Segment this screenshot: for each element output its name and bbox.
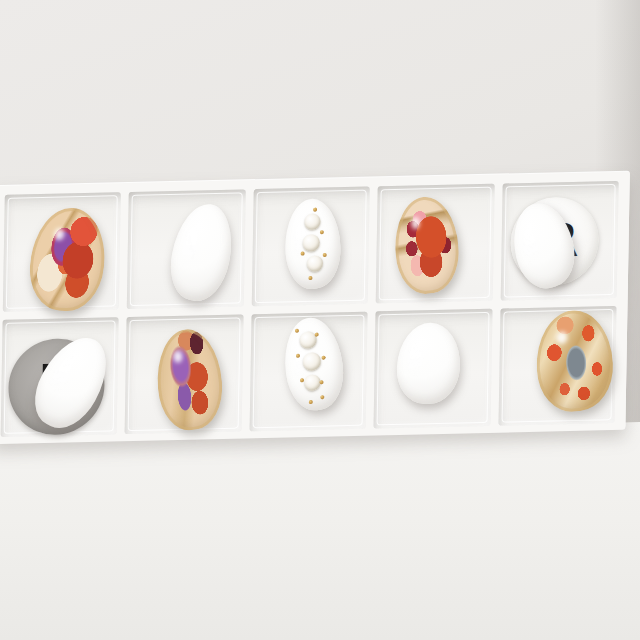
gold-bead	[321, 230, 325, 234]
nail-tip-marble-r2c5	[534, 307, 615, 415]
photo-stage: R	[0, 0, 640, 640]
gold-bead	[322, 253, 326, 257]
pearl-dot	[304, 214, 321, 231]
tray-cell-r2c5	[498, 306, 616, 426]
gold-bead	[299, 379, 303, 384]
gold-bead	[321, 356, 325, 361]
tray-cell-r2c3	[249, 312, 367, 432]
tray-cell-r1c1	[3, 192, 121, 312]
pearl-dot	[307, 255, 324, 272]
pearl-dot	[303, 374, 321, 392]
gold-bead	[314, 207, 318, 211]
gold-bead	[295, 354, 299, 359]
tray-grid: R	[1, 181, 619, 437]
gold-bead	[308, 400, 312, 405]
nail-tip-pearl-r1c3	[284, 197, 342, 291]
tray-cell-r1c3	[252, 187, 370, 307]
gold-bead	[308, 276, 312, 280]
nail-tip-white-r2c4	[395, 322, 462, 404]
gold-bead	[320, 395, 324, 400]
nail-tip-white-r1c2	[164, 200, 239, 305]
tray-cell-r1c5: R	[500, 181, 618, 301]
tray-cell-r1c2	[127, 189, 245, 309]
tray-cell-r2c4	[374, 309, 492, 429]
gold-bead	[294, 329, 298, 334]
tray-cell-r2c2	[125, 314, 243, 434]
nail-tip-marble-r1c4	[392, 193, 462, 296]
tray-cell-r1c4	[376, 184, 494, 304]
nail-tip-marble-r1c1	[26, 205, 110, 313]
gold-bead	[300, 252, 304, 256]
pearl-dot	[302, 351, 322, 372]
table-surface	[0, 418, 640, 640]
nail-tip-tray: R	[0, 172, 630, 445]
pearl-dot	[303, 234, 321, 252]
nail-tip-pearl-r2c3	[279, 314, 347, 415]
tray-cell-r2c1	[1, 317, 119, 437]
nail-tip-marble-r2c2	[154, 326, 227, 434]
